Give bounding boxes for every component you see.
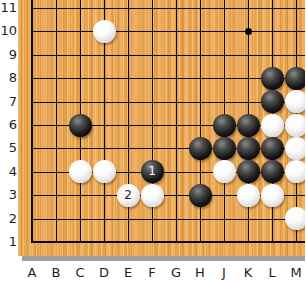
stone-white-D10 xyxy=(93,20,116,43)
row-label-7: 7 xyxy=(0,94,17,110)
stone-white-L6 xyxy=(261,114,284,137)
stone-black-H3 xyxy=(189,184,212,207)
stone-black-M8 xyxy=(285,67,306,90)
row-label-1: 1 xyxy=(0,234,17,250)
col-label-J: J xyxy=(215,265,233,281)
col-label-E: E xyxy=(119,265,137,281)
col-label-B: B xyxy=(47,265,65,281)
stone-white-M5 xyxy=(285,137,306,160)
stone-black-L5 xyxy=(261,137,284,160)
row-label-11: 11 xyxy=(0,0,17,16)
stone-black-J5 xyxy=(213,137,236,160)
stone-white-J4 xyxy=(213,160,236,183)
stone-black-K6 xyxy=(237,114,260,137)
move-number-label: 2 xyxy=(124,184,132,207)
stone-white-E3: 2 xyxy=(117,184,140,207)
col-label-C: C xyxy=(71,265,89,281)
stone-black-H5 xyxy=(189,137,212,160)
row-label-5: 5 xyxy=(0,140,17,156)
stone-white-K3 xyxy=(237,184,260,207)
grid-hline-10 xyxy=(31,31,305,32)
col-label-F: F xyxy=(143,265,161,281)
row-label-2: 2 xyxy=(0,211,17,227)
move-number-label: 1 xyxy=(148,160,156,183)
grid-hline-11 xyxy=(31,8,305,9)
stone-white-L3 xyxy=(261,184,284,207)
col-label-L: L xyxy=(263,265,281,281)
stone-black-K4 xyxy=(237,160,260,183)
grid-vline-G xyxy=(176,0,177,243)
grid-vline-B xyxy=(56,0,57,243)
stone-white-D4 xyxy=(93,160,116,183)
stone-white-M2 xyxy=(285,207,306,230)
stone-black-L7 xyxy=(261,90,284,113)
star-point-K10 xyxy=(245,28,252,35)
row-label-3: 3 xyxy=(0,187,17,203)
stone-black-C6 xyxy=(69,114,92,137)
go-board-diagram: 12 1110987654321 ABCDEFGHJKLM xyxy=(0,0,305,284)
col-label-M: M xyxy=(287,265,305,281)
col-label-H: H xyxy=(191,265,209,281)
col-label-A: A xyxy=(23,265,41,281)
col-label-K: K xyxy=(239,265,257,281)
row-label-6: 6 xyxy=(0,117,17,133)
col-label-G: G xyxy=(167,265,185,281)
stone-white-M4 xyxy=(285,160,306,183)
stone-white-F3 xyxy=(141,184,164,207)
row-label-9: 9 xyxy=(0,47,17,63)
row-label-4: 4 xyxy=(0,164,17,180)
stone-black-L4 xyxy=(261,160,284,183)
row-label-8: 8 xyxy=(0,70,17,86)
grid-hline-2 xyxy=(31,219,305,220)
stone-black-K5 xyxy=(237,137,260,160)
row-label-10: 10 xyxy=(0,23,17,39)
stone-white-M7 xyxy=(285,90,306,113)
stone-black-F4: 1 xyxy=(141,160,164,183)
col-label-D: D xyxy=(95,265,113,281)
grid-vline-A xyxy=(31,0,33,243)
stone-white-M6 xyxy=(285,114,306,137)
stone-black-J6 xyxy=(213,114,236,137)
grid-hline-9 xyxy=(31,55,305,56)
stone-white-C4 xyxy=(69,160,92,183)
stone-black-L8 xyxy=(261,67,284,90)
grid-hline-1 xyxy=(31,241,305,243)
board-surface[interactable]: 12 xyxy=(18,0,305,256)
